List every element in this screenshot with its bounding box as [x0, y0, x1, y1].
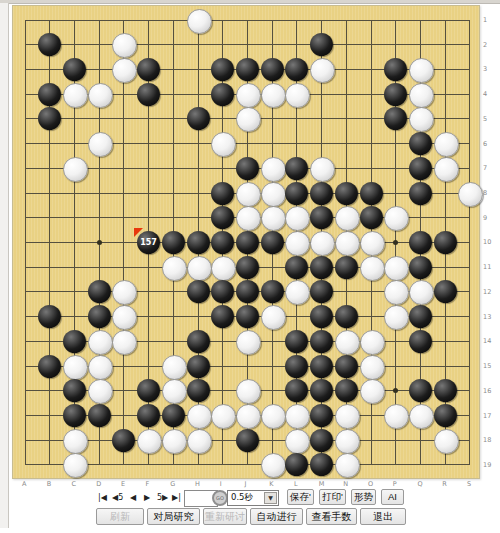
row-label: 9: [483, 214, 487, 222]
row-label: 8: [483, 189, 487, 197]
column-label: E: [121, 480, 125, 488]
row-label: 5: [483, 115, 487, 123]
column-label: K: [269, 480, 273, 488]
nav-last-button[interactable]: ▶|: [172, 491, 181, 505]
delay-select[interactable]: 0.5秒 ▼: [227, 490, 279, 506]
row-label: 14: [483, 337, 491, 345]
game-research-button[interactable]: 对局研究: [147, 508, 200, 525]
nav-first-button[interactable]: |◀: [98, 491, 107, 505]
row-label: 4: [483, 90, 487, 98]
auto-play-button[interactable]: 自动进行: [250, 508, 303, 525]
nav-prev5-button[interactable]: ◀5: [112, 491, 123, 505]
column-label: M: [319, 480, 325, 488]
nav-prev-button[interactable]: ◀: [130, 491, 136, 505]
row-label: 11: [483, 263, 491, 271]
ai-button[interactable]: AI: [381, 489, 404, 505]
row-label: 3: [483, 65, 487, 73]
row-label: 12: [483, 288, 491, 296]
view-move-numbers-button[interactable]: 查看手数: [306, 508, 357, 525]
refresh-button[interactable]: 刷新: [96, 508, 144, 525]
row-label: 16: [483, 387, 491, 395]
row-label: 13: [483, 313, 491, 321]
column-label: H: [195, 480, 200, 488]
save-button[interactable]: 保存': [287, 489, 314, 505]
row-label: 2: [483, 41, 487, 49]
column-label: O: [368, 480, 373, 488]
row-label: 6: [483, 140, 487, 148]
row-label: 15: [483, 362, 491, 370]
column-label: R: [442, 480, 447, 488]
exit-button[interactable]: 退出: [360, 508, 406, 525]
column-label: N: [343, 480, 348, 488]
column-label: L: [294, 480, 298, 488]
row-label: 7: [483, 164, 487, 172]
go-button[interactable]: GO: [212, 490, 228, 506]
row-label: 17: [483, 412, 491, 420]
column-label: C: [71, 480, 76, 488]
column-label: I: [220, 480, 222, 488]
row-label: 19: [483, 461, 491, 469]
nav-next5-button[interactable]: 5▶: [157, 491, 168, 505]
board-coordinates: ABCDEFGHIJKLMNOPQRS123456789101112131415…: [0, 0, 500, 533]
row-label: 10: [483, 238, 491, 246]
re-discuss-button[interactable]: 重新研讨: [203, 508, 247, 525]
go-app-page: 157 ABCDEFGHIJKLMNOPQRS12345678910111213…: [0, 0, 500, 533]
column-label: G: [170, 480, 175, 488]
shape-analysis-button[interactable]: 形势: [351, 489, 376, 505]
delay-select-value: 0.5秒: [231, 492, 253, 502]
column-label: J: [244, 480, 246, 488]
column-label: D: [96, 480, 101, 488]
column-label: S: [467, 480, 471, 488]
print-button[interactable]: 打印': [319, 489, 346, 505]
column-label: Q: [418, 480, 423, 488]
row-label: 18: [483, 436, 491, 444]
chevron-down-icon[interactable]: ▼: [264, 492, 277, 504]
row-label: 1: [483, 16, 487, 24]
column-label: A: [22, 480, 26, 488]
column-label: B: [47, 480, 51, 488]
nav-next-button[interactable]: ▶: [144, 491, 150, 505]
column-label: F: [146, 480, 150, 488]
column-label: P: [393, 480, 397, 488]
